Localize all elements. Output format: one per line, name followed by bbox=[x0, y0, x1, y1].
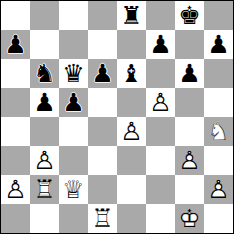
white-pawn-outline: ♙ bbox=[146, 88, 175, 117]
square-f5[interactable]: ♟♙ bbox=[146, 88, 175, 117]
square-h5[interactable] bbox=[204, 88, 233, 117]
white-king[interactable]: ♚♔ bbox=[175, 204, 204, 233]
square-g8[interactable]: ♚ bbox=[175, 1, 204, 30]
square-b6[interactable]: ♞ bbox=[30, 59, 59, 88]
square-e6[interactable]: ♝ bbox=[117, 59, 146, 88]
white-pawn-outline: ♙ bbox=[1, 175, 30, 204]
white-pawn-outline: ♙ bbox=[117, 117, 146, 146]
square-f1[interactable] bbox=[146, 204, 175, 233]
white-queen[interactable]: ♛♕ bbox=[59, 175, 88, 204]
white-knight[interactable]: ♞♘ bbox=[204, 117, 233, 146]
square-c6[interactable]: ♛ bbox=[59, 59, 88, 88]
white-pawn[interactable]: ♟♙ bbox=[1, 175, 30, 204]
square-d7[interactable] bbox=[88, 30, 117, 59]
white-pawn[interactable]: ♟♙ bbox=[30, 146, 59, 175]
white-rook-outline: ♖ bbox=[88, 204, 117, 233]
black-pawn[interactable]: ♟ bbox=[88, 59, 117, 88]
square-d1[interactable]: ♜♖ bbox=[88, 204, 117, 233]
square-b4[interactable] bbox=[30, 117, 59, 146]
square-a3[interactable] bbox=[1, 146, 30, 175]
square-b5[interactable]: ♟ bbox=[30, 88, 59, 117]
square-h4[interactable]: ♞♘ bbox=[204, 117, 233, 146]
black-knight[interactable]: ♞ bbox=[30, 59, 59, 88]
square-f7[interactable]: ♟ bbox=[146, 30, 175, 59]
black-rook[interactable]: ♜ bbox=[117, 1, 146, 30]
square-b8[interactable] bbox=[30, 1, 59, 30]
square-h6[interactable] bbox=[204, 59, 233, 88]
square-h2[interactable]: ♟♙ bbox=[204, 175, 233, 204]
square-b2[interactable]: ♜♖ bbox=[30, 175, 59, 204]
square-g7[interactable] bbox=[175, 30, 204, 59]
square-b3[interactable]: ♟♙ bbox=[30, 146, 59, 175]
chess-board: ♜♚♟♟♟♞♛♟♝♟♟♟♟♙♟♙♞♘♟♙♟♙♟♙♜♖♛♕♟♙♜♖♚♔ bbox=[0, 0, 234, 234]
square-d2[interactable] bbox=[88, 175, 117, 204]
square-e1[interactable] bbox=[117, 204, 146, 233]
square-a5[interactable] bbox=[1, 88, 30, 117]
square-a7[interactable]: ♟ bbox=[1, 30, 30, 59]
black-pawn[interactable]: ♟ bbox=[30, 88, 59, 117]
square-h3[interactable] bbox=[204, 146, 233, 175]
square-c2[interactable]: ♛♕ bbox=[59, 175, 88, 204]
white-pawn[interactable]: ♟♙ bbox=[117, 117, 146, 146]
white-pawn[interactable]: ♟♙ bbox=[204, 175, 233, 204]
square-e4[interactable]: ♟♙ bbox=[117, 117, 146, 146]
black-bishop[interactable]: ♝ bbox=[117, 59, 146, 88]
square-a4[interactable] bbox=[1, 117, 30, 146]
square-b1[interactable] bbox=[30, 204, 59, 233]
square-h7[interactable]: ♟ bbox=[204, 30, 233, 59]
square-g4[interactable] bbox=[175, 117, 204, 146]
square-g1[interactable]: ♚♔ bbox=[175, 204, 204, 233]
white-rook-outline: ♖ bbox=[30, 175, 59, 204]
white-pawn[interactable]: ♟♙ bbox=[175, 146, 204, 175]
black-pawn-glyph: ♟ bbox=[175, 59, 204, 88]
square-f6[interactable] bbox=[146, 59, 175, 88]
black-king[interactable]: ♚ bbox=[175, 1, 204, 30]
square-f2[interactable] bbox=[146, 175, 175, 204]
white-pawn-outline: ♙ bbox=[204, 175, 233, 204]
square-c7[interactable] bbox=[59, 30, 88, 59]
square-f8[interactable] bbox=[146, 1, 175, 30]
black-pawn[interactable]: ♟ bbox=[204, 30, 233, 59]
black-queen[interactable]: ♛ bbox=[59, 59, 88, 88]
square-g5[interactable] bbox=[175, 88, 204, 117]
black-knight-glyph: ♞ bbox=[30, 59, 59, 88]
square-d8[interactable] bbox=[88, 1, 117, 30]
black-pawn[interactable]: ♟ bbox=[175, 59, 204, 88]
black-pawn[interactable]: ♟ bbox=[146, 30, 175, 59]
white-pawn[interactable]: ♟♙ bbox=[146, 88, 175, 117]
square-e2[interactable] bbox=[117, 175, 146, 204]
square-b7[interactable] bbox=[30, 30, 59, 59]
square-f4[interactable] bbox=[146, 117, 175, 146]
black-queen-glyph: ♛ bbox=[59, 59, 88, 88]
white-king-outline: ♔ bbox=[175, 204, 204, 233]
square-a2[interactable]: ♟♙ bbox=[1, 175, 30, 204]
square-c5[interactable]: ♟ bbox=[59, 88, 88, 117]
black-pawn-glyph: ♟ bbox=[146, 30, 175, 59]
white-pawn-outline: ♙ bbox=[30, 146, 59, 175]
black-pawn-glyph: ♟ bbox=[204, 30, 233, 59]
square-c1[interactable] bbox=[59, 204, 88, 233]
square-g2[interactable] bbox=[175, 175, 204, 204]
black-king-glyph: ♚ bbox=[175, 1, 204, 30]
white-knight-outline: ♘ bbox=[204, 117, 233, 146]
square-c8[interactable] bbox=[59, 1, 88, 30]
square-g3[interactable]: ♟♙ bbox=[175, 146, 204, 175]
black-pawn-glyph: ♟ bbox=[59, 88, 88, 117]
square-a1[interactable] bbox=[1, 204, 30, 233]
square-a8[interactable] bbox=[1, 1, 30, 30]
black-pawn[interactable]: ♟ bbox=[1, 30, 30, 59]
square-g6[interactable]: ♟ bbox=[175, 59, 204, 88]
black-pawn-glyph: ♟ bbox=[1, 30, 30, 59]
black-rook-glyph: ♜ bbox=[117, 1, 146, 30]
square-f3[interactable] bbox=[146, 146, 175, 175]
square-d5[interactable] bbox=[88, 88, 117, 117]
white-queen-outline: ♕ bbox=[59, 175, 88, 204]
square-e7[interactable] bbox=[117, 30, 146, 59]
black-pawn[interactable]: ♟ bbox=[59, 88, 88, 117]
square-e8[interactable]: ♜ bbox=[117, 1, 146, 30]
square-h1[interactable] bbox=[204, 204, 233, 233]
square-d3[interactable] bbox=[88, 146, 117, 175]
black-pawn-glyph: ♟ bbox=[30, 88, 59, 117]
square-c3[interactable] bbox=[59, 146, 88, 175]
square-d6[interactable]: ♟ bbox=[88, 59, 117, 88]
square-h8[interactable] bbox=[204, 1, 233, 30]
square-e5[interactable] bbox=[117, 88, 146, 117]
square-d4[interactable] bbox=[88, 117, 117, 146]
white-rook[interactable]: ♜♖ bbox=[30, 175, 59, 204]
black-bishop-glyph: ♝ bbox=[117, 59, 146, 88]
white-rook[interactable]: ♜♖ bbox=[88, 204, 117, 233]
white-pawn-outline: ♙ bbox=[175, 146, 204, 175]
square-e3[interactable] bbox=[117, 146, 146, 175]
square-a6[interactable] bbox=[1, 59, 30, 88]
square-c4[interactable] bbox=[59, 117, 88, 146]
black-pawn-glyph: ♟ bbox=[88, 59, 117, 88]
